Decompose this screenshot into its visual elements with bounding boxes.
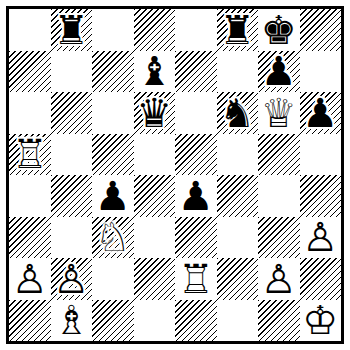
piece-white-pawn: ♙ bbox=[302, 217, 338, 257]
square-e7[interactable] bbox=[175, 51, 217, 93]
piece-black-pawn: ♟ bbox=[178, 176, 214, 216]
square-h6[interactable]: ♟ bbox=[300, 92, 342, 134]
square-e2[interactable]: ♖ bbox=[175, 258, 217, 300]
square-c3[interactable]: ♘ bbox=[92, 217, 134, 259]
square-f5[interactable] bbox=[217, 134, 259, 176]
square-b8[interactable]: ♜ bbox=[51, 9, 93, 51]
square-h3[interactable]: ♙ bbox=[300, 217, 342, 259]
square-h4[interactable] bbox=[300, 175, 342, 217]
piece-white-pawn: ♙ bbox=[53, 259, 89, 299]
square-g7[interactable]: ♟ bbox=[258, 51, 300, 93]
square-f2[interactable] bbox=[217, 258, 259, 300]
square-a1[interactable] bbox=[9, 300, 51, 342]
piece-white-knight: ♘ bbox=[95, 217, 131, 257]
page: ♜♜♚♝♟♛♞♕♟♖♟♟♘♙♙♙♖♙♗♔ bbox=[0, 0, 350, 350]
piece-white-queen: ♕ bbox=[261, 93, 297, 133]
piece-black-pawn: ♟ bbox=[95, 176, 131, 216]
square-f6[interactable]: ♞ bbox=[217, 92, 259, 134]
square-h2[interactable] bbox=[300, 258, 342, 300]
piece-white-pawn: ♙ bbox=[12, 259, 48, 299]
square-f7[interactable] bbox=[217, 51, 259, 93]
square-e1[interactable] bbox=[175, 300, 217, 342]
piece-black-bishop: ♝ bbox=[136, 51, 172, 91]
square-b4[interactable] bbox=[51, 175, 93, 217]
piece-white-pawn: ♙ bbox=[261, 259, 297, 299]
square-h5[interactable] bbox=[300, 134, 342, 176]
piece-white-king: ♔ bbox=[302, 300, 338, 340]
square-d3[interactable] bbox=[134, 217, 176, 259]
square-g3[interactable] bbox=[258, 217, 300, 259]
square-a3[interactable] bbox=[9, 217, 51, 259]
chessboard: ♜♜♚♝♟♛♞♕♟♖♟♟♘♙♙♙♖♙♗♔ bbox=[6, 6, 344, 344]
square-d7[interactable]: ♝ bbox=[134, 51, 176, 93]
square-b3[interactable] bbox=[51, 217, 93, 259]
piece-black-pawn: ♟ bbox=[302, 93, 338, 133]
piece-black-knight: ♞ bbox=[219, 93, 255, 133]
square-c1[interactable] bbox=[92, 300, 134, 342]
square-a4[interactable] bbox=[9, 175, 51, 217]
square-g5[interactable] bbox=[258, 134, 300, 176]
square-b6[interactable] bbox=[51, 92, 93, 134]
piece-white-rook: ♖ bbox=[178, 259, 214, 299]
piece-black-rook: ♜ bbox=[53, 10, 89, 50]
square-a8[interactable] bbox=[9, 9, 51, 51]
square-b2[interactable]: ♙ bbox=[51, 258, 93, 300]
piece-black-pawn: ♟ bbox=[261, 51, 297, 91]
square-d6[interactable]: ♛ bbox=[134, 92, 176, 134]
square-g6[interactable]: ♕ bbox=[258, 92, 300, 134]
square-g2[interactable]: ♙ bbox=[258, 258, 300, 300]
square-e5[interactable] bbox=[175, 134, 217, 176]
square-a2[interactable]: ♙ bbox=[9, 258, 51, 300]
square-a7[interactable] bbox=[9, 51, 51, 93]
square-f8[interactable]: ♜ bbox=[217, 9, 259, 51]
square-c6[interactable] bbox=[92, 92, 134, 134]
square-f3[interactable] bbox=[217, 217, 259, 259]
square-g1[interactable] bbox=[258, 300, 300, 342]
piece-white-rook: ♖ bbox=[12, 134, 48, 174]
piece-black-queen: ♛ bbox=[136, 93, 172, 133]
square-f1[interactable] bbox=[217, 300, 259, 342]
square-b7[interactable] bbox=[51, 51, 93, 93]
square-c8[interactable] bbox=[92, 9, 134, 51]
square-c4[interactable]: ♟ bbox=[92, 175, 134, 217]
square-c2[interactable] bbox=[92, 258, 134, 300]
square-d4[interactable] bbox=[134, 175, 176, 217]
piece-white-bishop: ♗ bbox=[53, 300, 89, 340]
square-e6[interactable] bbox=[175, 92, 217, 134]
square-d5[interactable] bbox=[134, 134, 176, 176]
square-b1[interactable]: ♗ bbox=[51, 300, 93, 342]
square-h7[interactable] bbox=[300, 51, 342, 93]
square-e4[interactable]: ♟ bbox=[175, 175, 217, 217]
square-a6[interactable] bbox=[9, 92, 51, 134]
square-e8[interactable] bbox=[175, 9, 217, 51]
square-g4[interactable] bbox=[258, 175, 300, 217]
piece-black-rook: ♜ bbox=[219, 10, 255, 50]
square-c5[interactable] bbox=[92, 134, 134, 176]
square-d2[interactable] bbox=[134, 258, 176, 300]
square-f4[interactable] bbox=[217, 175, 259, 217]
square-d8[interactable] bbox=[134, 9, 176, 51]
square-e3[interactable] bbox=[175, 217, 217, 259]
square-c7[interactable] bbox=[92, 51, 134, 93]
square-b5[interactable] bbox=[51, 134, 93, 176]
square-d1[interactable] bbox=[134, 300, 176, 342]
piece-black-king: ♚ bbox=[261, 10, 297, 50]
square-a5[interactable]: ♖ bbox=[9, 134, 51, 176]
square-h8[interactable] bbox=[300, 9, 342, 51]
square-g8[interactable]: ♚ bbox=[258, 9, 300, 51]
square-h1[interactable]: ♔ bbox=[300, 300, 342, 342]
